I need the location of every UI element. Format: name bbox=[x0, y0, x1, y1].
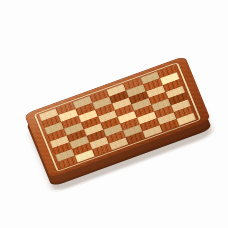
chessboard-product-photo bbox=[0, 0, 228, 228]
board-grid bbox=[39, 65, 196, 168]
